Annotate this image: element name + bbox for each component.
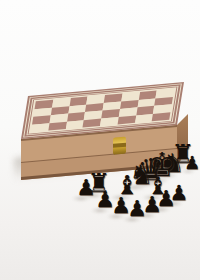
product-photo-chess-set: ♟♜♟♝♟♞♟♛♟♚♝♟♞♟♜♟: [0, 0, 200, 280]
dark-square: [117, 115, 136, 124]
checkerboard-grid: [31, 89, 174, 132]
light-square: [100, 117, 119, 126]
board-inner-margin: [29, 87, 177, 133]
brass-clasp-latch: [113, 143, 126, 148]
dark-square: [48, 121, 67, 130]
brass-clasp: [113, 137, 126, 155]
black-pawn-piece: ♟: [76, 177, 96, 199]
dark-square: [83, 118, 102, 127]
light-square: [31, 123, 50, 132]
light-square: [135, 114, 154, 123]
black-pawn-piece: ♟: [184, 154, 200, 172]
light-square: [65, 120, 84, 129]
black-pawn-piece: ♟: [127, 198, 147, 220]
dark-square: [152, 112, 171, 121]
